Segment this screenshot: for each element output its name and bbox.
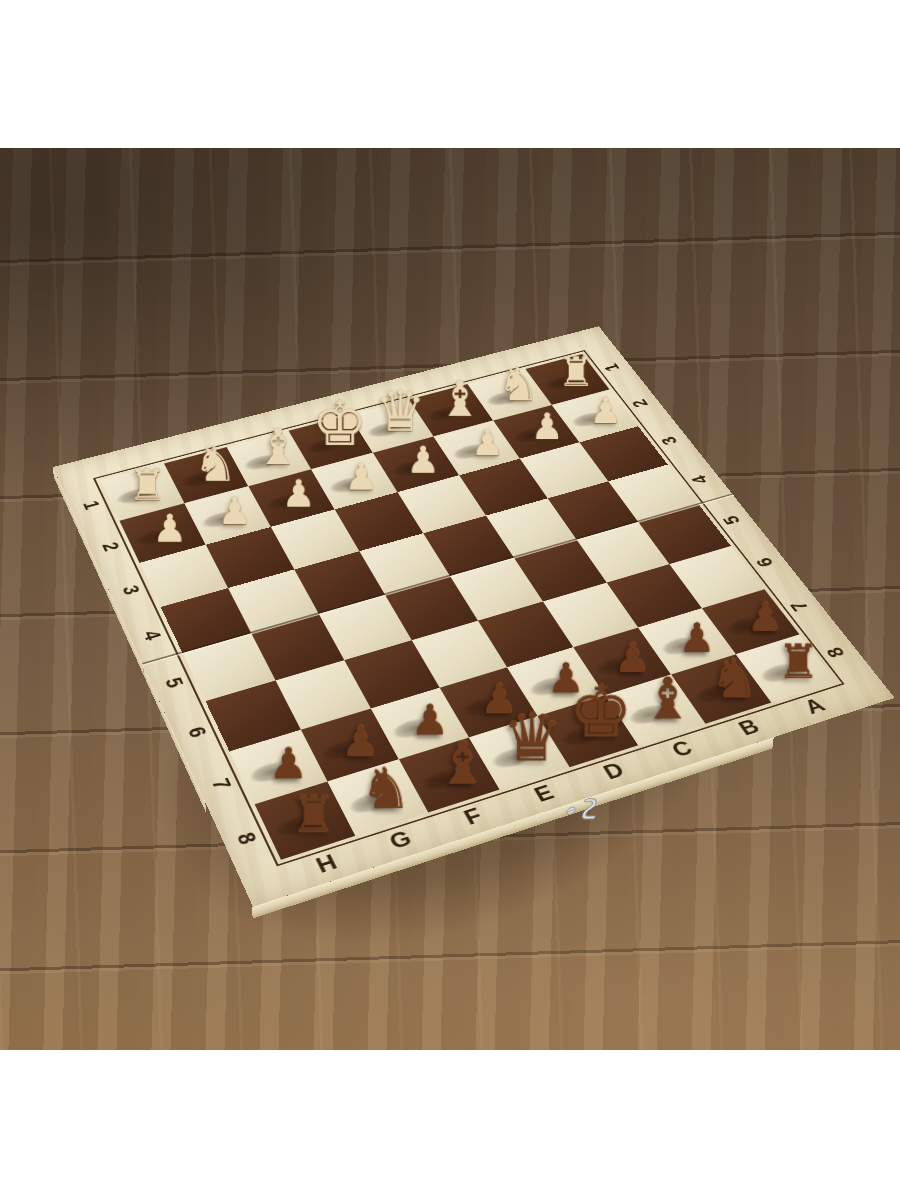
white-queen-d1[interactable]: ♛ — [368, 383, 432, 440]
black-knight-b8[interactable]: ♞ — [696, 652, 770, 706]
black-king-d8[interactable]: ♚ — [563, 677, 637, 749]
chess-board: ♜♞♝♚♛♝♞♜♟♟♟♟♟♟♟♟♟♟♟♟♟♟♟♟♜♞♝♛♚♝♞♜ 1234567… — [53, 327, 895, 908]
white-bishop-f1[interactable]: ♝ — [246, 422, 310, 472]
black-knight-g8[interactable]: ♞ — [344, 760, 427, 817]
white-pawn-e2[interactable]: ♟ — [326, 458, 396, 495]
board-face: ♜♞♝♚♛♝♞♜♟♟♟♟♟♟♟♟♟♟♟♟♟♟♟♟♜♞♝♛♚♝♞♜ 1234567… — [53, 327, 895, 908]
white-king-e1[interactable]: ♚ — [308, 394, 372, 456]
white-rook-h1[interactable]: ♜ — [112, 464, 183, 507]
white-pawn-f2[interactable]: ♟ — [264, 475, 334, 513]
white-pawn-h2[interactable]: ♟ — [135, 510, 204, 548]
photo-area: ♜♞♝♚♛♝♞♜♟♟♟♟♟♟♟♟♟♟♟♟♟♟♟♟♜♞♝♛♚♝♞♜ 1234567… — [0, 148, 900, 1050]
white-pawn-c2[interactable]: ♟ — [456, 425, 518, 462]
white-pawn-g2[interactable]: ♟ — [200, 492, 269, 530]
black-bishop-f8[interactable]: ♝ — [425, 735, 498, 794]
black-pawn-h7[interactable]: ♟ — [251, 742, 326, 785]
black-rook-a8[interactable]: ♜ — [761, 638, 836, 685]
black-rook-h8[interactable]: ♜ — [272, 790, 354, 841]
black-bishop-c8[interactable]: ♝ — [631, 671, 705, 728]
black-queen-e8[interactable]: ♛ — [495, 704, 568, 771]
white-pawn-b2[interactable]: ♟ — [516, 409, 579, 445]
white-knight-g1[interactable]: ♞ — [184, 440, 247, 489]
board-grid: ♜♞♝♚♛♝♞♜♟♟♟♟♟♟♟♟♟♟♟♟♟♟♟♟♜♞♝♛♚♝♞♜ — [100, 354, 836, 860]
white-knight-b1[interactable]: ♞ — [486, 361, 551, 408]
white-bishop-c1[interactable]: ♝ — [428, 375, 493, 424]
black-pawn-a7[interactable]: ♟ — [731, 597, 799, 637]
white-pawn-d2[interactable]: ♟ — [388, 442, 458, 479]
square-b5[interactable] — [577, 522, 670, 583]
scene: ♜♞♝♚♛♝♞♜♟♟♟♟♟♟♟♟♟♟♟♟♟♟♟♟♜♞♝♛♚♝♞♜ 1234567… — [0, 148, 900, 1050]
